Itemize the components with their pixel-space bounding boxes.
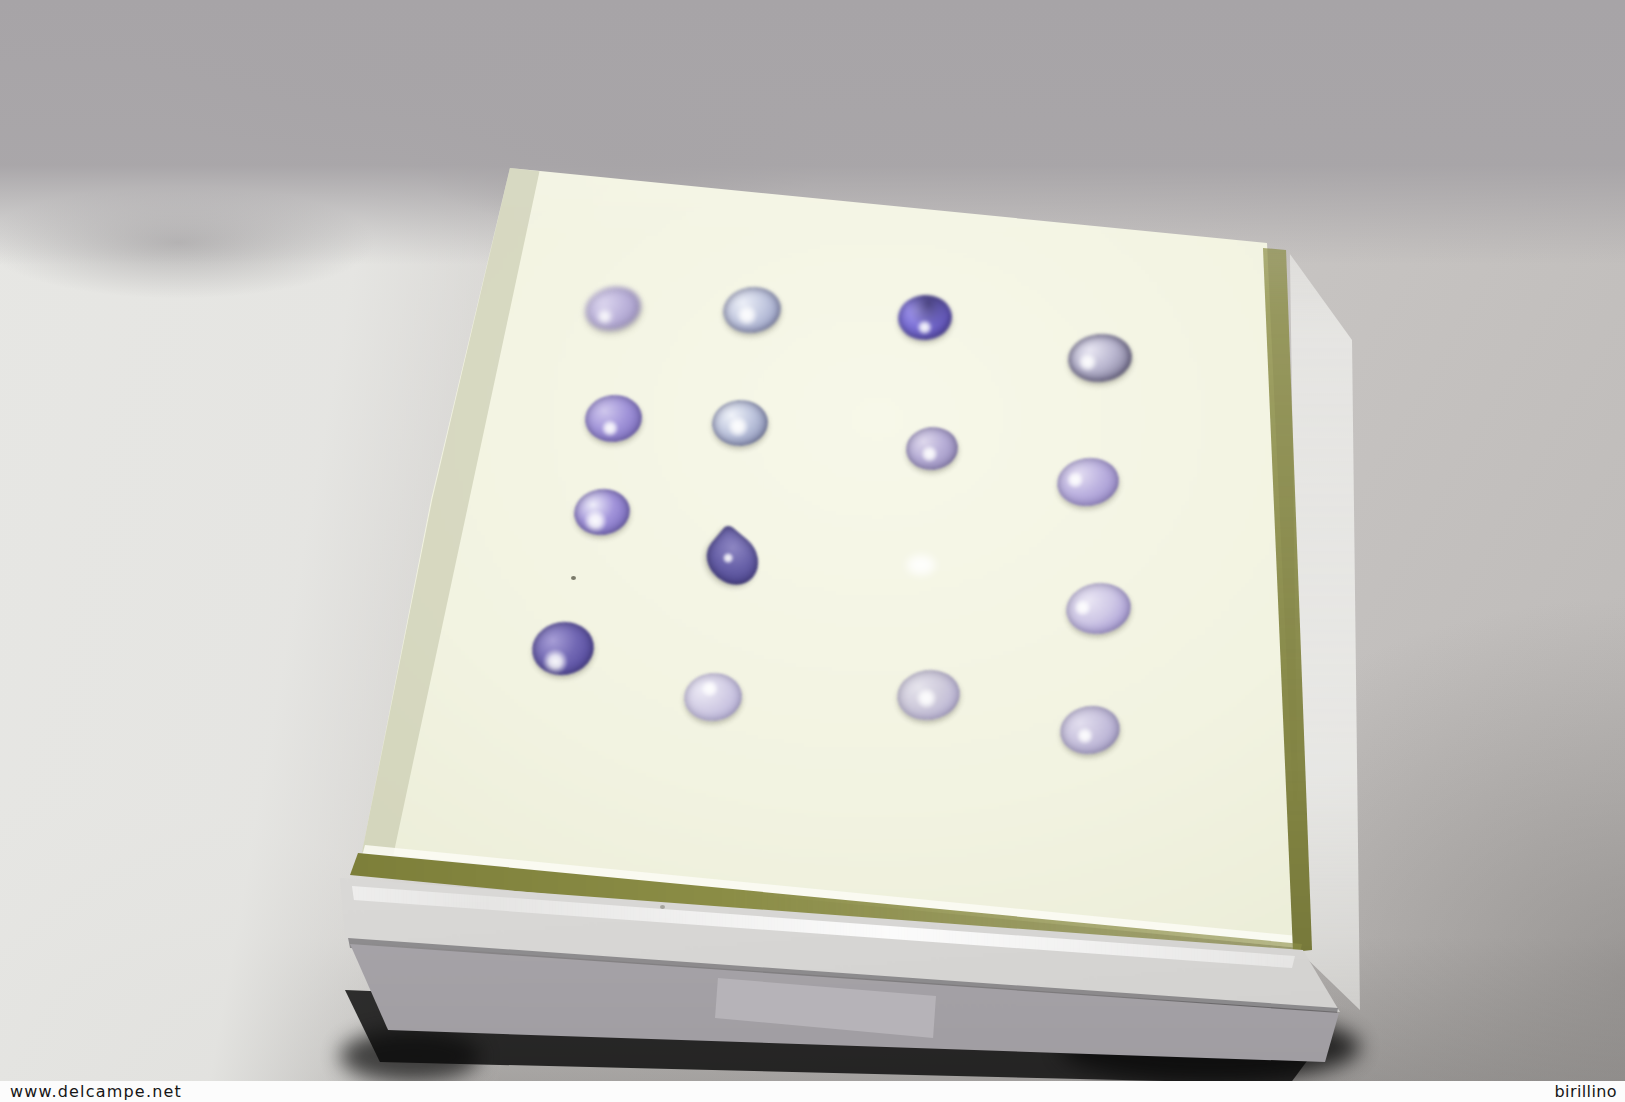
gem-r3c1 — [571, 485, 633, 538]
watermark-strip: www.delcampe.net birillino — [0, 1081, 1625, 1102]
gem-r4c3 — [893, 666, 962, 724]
gem-r4c4 — [1056, 701, 1123, 759]
gem-r4c2 — [682, 670, 745, 724]
gem-r3c2 — [697, 523, 769, 594]
gem-r2c2 — [710, 398, 769, 448]
gem-r2c3 — [904, 424, 960, 472]
gem-r1c2 — [720, 283, 784, 337]
gem-r1c3 — [896, 293, 953, 342]
gem-r3c4 — [1062, 578, 1133, 638]
gem-r2c1 — [582, 392, 644, 445]
gem-r1c4 — [1066, 331, 1135, 385]
watermark-right: birillino — [1555, 1081, 1618, 1102]
gem-r1c1 — [581, 280, 646, 335]
gem-r4c1 — [528, 617, 598, 680]
watermark-left: www.delcampe.net — [10, 1081, 182, 1102]
photo-scene: www.delcampe.net birillino — [0, 0, 1625, 1102]
gem-box — [0, 0, 1625, 1102]
gem-r2c4 — [1054, 454, 1122, 510]
gem-grid — [0, 0, 1625, 1102]
